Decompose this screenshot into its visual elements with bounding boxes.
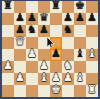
square-f6[interactable]: ♞ [62, 25, 74, 37]
square-g6[interactable] [74, 25, 86, 37]
square-f2[interactable]: ♟ [62, 73, 74, 85]
square-a7[interactable] [2, 13, 14, 25]
piece-white-rook: ♜ [86, 84, 98, 97]
piece-white-bishop: ♝ [74, 72, 86, 85]
square-g7[interactable]: ♟ [74, 13, 86, 25]
square-d3[interactable]: ♟ [38, 61, 50, 73]
square-b1[interactable] [14, 85, 26, 97]
square-h1[interactable]: ♜ [86, 85, 98, 97]
square-b2[interactable]: ♟ [14, 73, 26, 85]
square-e1[interactable]: ♚ [50, 85, 62, 97]
piece-black-knight: ♞ [26, 24, 38, 37]
square-g4[interactable]: ♝ [74, 49, 86, 61]
square-a8[interactable]: ♜ [2, 1, 14, 13]
square-a1[interactable] [2, 85, 14, 97]
piece-white-pawn: ♟ [62, 72, 74, 85]
square-d5[interactable] [38, 37, 50, 49]
square-d6[interactable]: ♟ [38, 25, 50, 37]
piece-black-pawn: ♟ [86, 12, 98, 25]
piece-black-pawn: ♟ [50, 48, 62, 61]
square-c3[interactable] [26, 61, 38, 73]
piece-white-pawn: ♟ [26, 48, 38, 61]
piece-black-pawn: ♟ [14, 12, 26, 25]
chess-board: ♜♜♚♟♟♛♟♟♟♟♞♟♞♛♟♟♝♝♟♟♞♟♝♟♟♝♚♜ [2, 1, 98, 97]
square-c1[interactable] [26, 85, 38, 97]
square-g2[interactable]: ♝ [74, 73, 86, 85]
square-c8[interactable] [26, 1, 38, 13]
piece-black-pawn: ♟ [74, 12, 86, 25]
piece-black-knight: ♞ [62, 24, 74, 37]
square-d7[interactable]: ♛ [38, 13, 50, 25]
piece-black-pawn: ♟ [38, 24, 50, 37]
square-h2[interactable] [86, 73, 98, 85]
square-e7[interactable] [50, 13, 62, 25]
square-a2[interactable] [2, 73, 14, 85]
square-d2[interactable]: ♝ [38, 73, 50, 85]
square-g8[interactable]: ♚ [74, 1, 86, 13]
piece-white-pawn: ♟ [50, 72, 62, 85]
square-h6[interactable] [86, 25, 98, 37]
square-d1[interactable] [38, 85, 50, 97]
square-d8[interactable] [38, 1, 50, 13]
square-e5[interactable] [50, 37, 62, 49]
piece-black-king: ♚ [74, 0, 86, 13]
square-e2[interactable]: ♟ [50, 73, 62, 85]
square-b7[interactable]: ♟ [14, 13, 26, 25]
square-c5[interactable] [26, 37, 38, 49]
square-f3[interactable]: ♞ [62, 61, 74, 73]
square-c6[interactable]: ♞ [26, 25, 38, 37]
piece-white-pawn: ♟ [2, 60, 14, 73]
square-a6[interactable] [2, 25, 14, 37]
piece-white-knight: ♞ [62, 60, 74, 73]
square-e6[interactable] [50, 25, 62, 37]
piece-white-queen: ♛ [14, 36, 26, 49]
square-f8[interactable] [62, 1, 74, 13]
square-a4[interactable] [2, 49, 14, 61]
square-h4[interactable]: ♝ [86, 49, 98, 61]
square-f5[interactable] [62, 37, 74, 49]
square-e4[interactable]: ♟ [50, 49, 62, 61]
piece-black-rook: ♜ [50, 0, 62, 13]
piece-white-king: ♚ [50, 84, 62, 97]
square-h5[interactable] [86, 37, 98, 49]
piece-white-pawn: ♟ [14, 72, 26, 85]
piece-black-pawn: ♟ [62, 12, 74, 25]
square-c7[interactable]: ♟ [26, 13, 38, 25]
piece-white-bishop: ♝ [86, 48, 98, 61]
square-c4[interactable]: ♟ [26, 49, 38, 61]
square-f4[interactable] [62, 49, 74, 61]
square-g1[interactable] [74, 85, 86, 97]
piece-black-queen: ♛ [38, 12, 50, 25]
square-b5[interactable]: ♛ [14, 37, 26, 49]
square-e8[interactable]: ♜ [50, 1, 62, 13]
square-b4[interactable] [14, 49, 26, 61]
square-f1[interactable] [62, 85, 74, 97]
square-b8[interactable] [14, 1, 26, 13]
square-b3[interactable] [14, 61, 26, 73]
square-h7[interactable]: ♟ [86, 13, 98, 25]
piece-white-pawn: ♟ [38, 60, 50, 73]
square-f7[interactable]: ♟ [62, 13, 74, 25]
chess-app-window: ♜♜♚♟♟♛♟♟♟♟♞♟♞♛♟♟♝♝♟♟♞♟♝♟♟♝♚♜ [0, 0, 100, 99]
piece-black-rook: ♜ [2, 0, 14, 13]
square-b6[interactable]: ♟ [14, 25, 26, 37]
piece-black-bishop: ♝ [74, 48, 86, 61]
piece-black-pawn: ♟ [14, 24, 26, 37]
square-g5[interactable] [74, 37, 86, 49]
square-g3[interactable] [74, 61, 86, 73]
square-a3[interactable]: ♟ [2, 61, 14, 73]
square-d4[interactable] [38, 49, 50, 61]
square-e3[interactable] [50, 61, 62, 73]
piece-white-bishop: ♝ [38, 72, 50, 85]
square-h3[interactable] [86, 61, 98, 73]
square-h8[interactable] [86, 1, 98, 13]
square-a5[interactable] [2, 37, 14, 49]
piece-black-pawn: ♟ [26, 12, 38, 25]
square-c2[interactable] [26, 73, 38, 85]
